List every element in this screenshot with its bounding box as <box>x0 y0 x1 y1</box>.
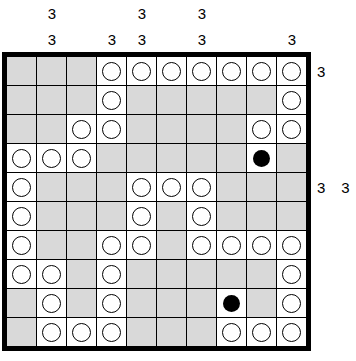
cell-r8c3[interactable] <box>97 289 126 317</box>
cell-r6c3[interactable] <box>97 231 126 259</box>
top-clue-col-7 <box>217 0 247 52</box>
circle-mark-icon <box>42 323 61 342</box>
top-clue-col-1: 33 <box>37 0 67 52</box>
cell-r6c0[interactable] <box>7 231 36 259</box>
cell-r8c2[interactable] <box>67 289 96 317</box>
circle-mark-icon <box>282 265 301 284</box>
board <box>2 52 311 351</box>
cell-r6c9[interactable] <box>277 231 306 259</box>
cell-r3c2[interactable] <box>67 144 96 172</box>
circle-mark-icon <box>72 120 91 139</box>
cell-r8c0[interactable] <box>7 289 36 317</box>
black-dot-mark-icon <box>223 295 240 312</box>
cell-r1c2[interactable] <box>67 86 96 114</box>
top-clue-col-5-slot-0 <box>157 0 187 26</box>
cell-r2c5[interactable] <box>157 115 186 143</box>
cell-r1c0[interactable] <box>7 86 36 114</box>
cell-r4c6[interactable] <box>187 173 216 201</box>
top-clue-col-4: 33 <box>127 0 157 52</box>
top-clue-col-9-slot-0 <box>277 0 307 26</box>
top-clue-col-3-slot-1: 3 <box>97 26 127 52</box>
cell-r3c8[interactable] <box>247 144 276 172</box>
circle-mark-icon <box>132 178 151 197</box>
circle-mark-icon <box>72 323 91 342</box>
circle-mark-icon <box>12 236 31 255</box>
black-dot-mark-icon <box>253 150 270 167</box>
circle-mark-icon <box>12 149 31 168</box>
top-clue-col-6-slot-0: 3 <box>187 0 217 26</box>
cell-r2c6[interactable] <box>187 115 216 143</box>
cell-r3c4[interactable] <box>127 144 156 172</box>
circle-mark-icon <box>222 236 241 255</box>
circle-mark-icon <box>282 91 301 110</box>
cell-r0c7[interactable] <box>217 57 246 85</box>
cell-r7c7[interactable] <box>217 260 246 288</box>
right-clue-row-8 <box>312 289 356 318</box>
cell-r9c3[interactable] <box>97 318 126 346</box>
cell-r4c3[interactable] <box>97 173 126 201</box>
cell-r5c6[interactable] <box>187 202 216 230</box>
cell-r9c5[interactable] <box>157 318 186 346</box>
cell-r5c9[interactable] <box>277 202 306 230</box>
circle-mark-icon <box>102 323 121 342</box>
top-clue-col-4-slot-1: 3 <box>127 26 157 52</box>
cell-r9c1[interactable] <box>37 318 66 346</box>
cell-r0c9[interactable] <box>277 57 306 85</box>
cell-r8c9[interactable] <box>277 289 306 317</box>
cell-r4c5[interactable] <box>157 173 186 201</box>
top-clue-col-0-slot-1 <box>7 26 37 52</box>
circle-mark-icon <box>12 207 31 226</box>
top-clue-col-3: 3 <box>97 0 127 52</box>
top-clue-col-4-slot-0: 3 <box>127 0 157 26</box>
top-clue-col-9: 3 <box>277 0 307 52</box>
cell-r2c8[interactable] <box>247 115 276 143</box>
cell-r7c9[interactable] <box>277 260 306 288</box>
cell-r9c2[interactable] <box>67 318 96 346</box>
cell-r8c5[interactable] <box>157 289 186 317</box>
circle-mark-icon <box>132 62 151 81</box>
circle-mark-icon <box>192 178 211 197</box>
cell-r9c0[interactable] <box>7 318 36 346</box>
top-clue-col-1-slot-1: 3 <box>37 26 67 52</box>
cell-r1c8[interactable] <box>247 86 276 114</box>
cell-r6c4[interactable] <box>127 231 156 259</box>
top-clue-col-2-slot-0 <box>67 0 97 26</box>
circle-mark-icon <box>252 120 271 139</box>
right-row-clues: 333 <box>312 57 356 347</box>
cell-r4c2[interactable] <box>67 173 96 201</box>
cell-r9c8[interactable] <box>247 318 276 346</box>
cell-r8c4[interactable] <box>127 289 156 317</box>
circle-mark-icon <box>102 265 121 284</box>
cell-r0c1[interactable] <box>37 57 66 85</box>
cell-r7c4[interactable] <box>127 260 156 288</box>
cell-r6c2[interactable] <box>67 231 96 259</box>
circle-mark-icon <box>282 294 301 313</box>
right-clue-row-4-num-1: 3 <box>341 180 349 195</box>
cell-r3c3[interactable] <box>97 144 126 172</box>
cell-r1c1[interactable] <box>37 86 66 114</box>
cell-r4c8[interactable] <box>247 173 276 201</box>
cell-r9c9[interactable] <box>277 318 306 346</box>
cell-r2c7[interactable] <box>217 115 246 143</box>
right-clue-row-9 <box>312 318 356 347</box>
circle-mark-icon <box>42 149 61 168</box>
circle-mark-icon <box>282 236 301 255</box>
cell-r7c1[interactable] <box>37 260 66 288</box>
cell-r9c6[interactable] <box>187 318 216 346</box>
cell-r2c2[interactable] <box>67 115 96 143</box>
circle-mark-icon <box>192 236 211 255</box>
cell-r0c6[interactable] <box>187 57 216 85</box>
cell-r3c0[interactable] <box>7 144 36 172</box>
cell-r6c7[interactable] <box>217 231 246 259</box>
top-clue-col-9-slot-1: 3 <box>277 26 307 52</box>
cell-r7c5[interactable] <box>157 260 186 288</box>
top-clue-col-5 <box>157 0 187 52</box>
cell-r4c7[interactable] <box>217 173 246 201</box>
cell-r0c8[interactable] <box>247 57 276 85</box>
cell-r5c1[interactable] <box>37 202 66 230</box>
circle-mark-icon <box>222 62 241 81</box>
top-column-clues: 33333333 <box>7 0 307 52</box>
cell-r1c6[interactable] <box>187 86 216 114</box>
top-clue-col-0 <box>7 0 37 52</box>
cell-r3c9[interactable] <box>277 144 306 172</box>
cell-r2c1[interactable] <box>37 115 66 143</box>
cell-r5c8[interactable] <box>247 202 276 230</box>
circle-mark-icon <box>282 120 301 139</box>
right-clue-row-0: 3 <box>312 57 356 86</box>
cell-r5c4[interactable] <box>127 202 156 230</box>
circle-mark-icon <box>252 62 271 81</box>
cell-r3c1[interactable] <box>37 144 66 172</box>
right-clue-row-2 <box>312 115 356 144</box>
circle-mark-icon <box>222 323 241 342</box>
right-clue-row-5 <box>312 202 356 231</box>
cell-r7c3[interactable] <box>97 260 126 288</box>
circle-mark-icon <box>42 294 61 313</box>
right-clue-row-4-num-0: 3 <box>317 180 325 195</box>
cell-r4c4[interactable] <box>127 173 156 201</box>
cell-r6c5[interactable] <box>157 231 186 259</box>
circle-mark-icon <box>12 265 31 284</box>
cell-r9c7[interactable] <box>217 318 246 346</box>
circle-mark-icon <box>72 149 91 168</box>
cell-r0c5[interactable] <box>157 57 186 85</box>
circle-mark-icon <box>12 178 31 197</box>
right-clue-row-7 <box>312 260 356 289</box>
circle-mark-icon <box>282 62 301 81</box>
cell-r4c9[interactable] <box>277 173 306 201</box>
cell-r8c8[interactable] <box>247 289 276 317</box>
cell-r0c2[interactable] <box>67 57 96 85</box>
top-clue-col-8-slot-0 <box>247 0 277 26</box>
cell-r3c6[interactable] <box>187 144 216 172</box>
cell-r1c5[interactable] <box>157 86 186 114</box>
circle-mark-icon <box>252 323 271 342</box>
cell-r7c8[interactable] <box>247 260 276 288</box>
right-clue-row-6 <box>312 231 356 260</box>
top-clue-col-1-slot-0: 3 <box>37 0 67 26</box>
cell-r5c2[interactable] <box>67 202 96 230</box>
circle-mark-icon <box>102 236 121 255</box>
top-clue-col-6: 33 <box>187 0 217 52</box>
circle-mark-icon <box>102 91 121 110</box>
circle-mark-icon <box>192 62 211 81</box>
top-clue-col-7-slot-1 <box>217 26 247 52</box>
top-clue-col-5-slot-1 <box>157 26 187 52</box>
cell-r2c0[interactable] <box>7 115 36 143</box>
top-clue-col-8-slot-1 <box>247 26 277 52</box>
top-clue-col-7-slot-0 <box>217 0 247 26</box>
circle-mark-icon <box>102 62 121 81</box>
cell-r5c7[interactable] <box>217 202 246 230</box>
top-clue-col-2 <box>67 0 97 52</box>
right-clue-row-0-num-0: 3 <box>317 64 325 79</box>
cell-r7c0[interactable] <box>7 260 36 288</box>
circle-mark-icon <box>162 178 181 197</box>
cell-r2c3[interactable] <box>97 115 126 143</box>
right-clue-row-3 <box>312 144 356 173</box>
top-clue-col-2-slot-1 <box>67 26 97 52</box>
cell-r8c6[interactable] <box>187 289 216 317</box>
cell-r7c2[interactable] <box>67 260 96 288</box>
top-clue-col-6-slot-1: 3 <box>187 26 217 52</box>
puzzle-page: 33333333 333 <box>0 0 356 361</box>
circle-mark-icon <box>132 207 151 226</box>
circle-mark-icon <box>282 323 301 342</box>
cell-r6c6[interactable] <box>187 231 216 259</box>
cell-r6c1[interactable] <box>37 231 66 259</box>
cell-r0c4[interactable] <box>127 57 156 85</box>
cell-r4c1[interactable] <box>37 173 66 201</box>
right-clue-row-1 <box>312 86 356 115</box>
cell-r2c9[interactable] <box>277 115 306 143</box>
cell-r4c0[interactable] <box>7 173 36 201</box>
circle-mark-icon <box>192 207 211 226</box>
cell-r7c6[interactable] <box>187 260 216 288</box>
cell-r1c4[interactable] <box>127 86 156 114</box>
right-clue-row-4: 33 <box>312 173 356 202</box>
circle-mark-icon <box>42 265 61 284</box>
cell-r2c4[interactable] <box>127 115 156 143</box>
circle-mark-icon <box>252 236 271 255</box>
circle-mark-icon <box>102 120 121 139</box>
cell-r5c0[interactable] <box>7 202 36 230</box>
cell-r3c5[interactable] <box>157 144 186 172</box>
cell-r1c9[interactable] <box>277 86 306 114</box>
circle-mark-icon <box>102 294 121 313</box>
cell-r1c3[interactable] <box>97 86 126 114</box>
cell-r5c3[interactable] <box>97 202 126 230</box>
cell-r8c1[interactable] <box>37 289 66 317</box>
cell-r5c5[interactable] <box>157 202 186 230</box>
cell-r1c7[interactable] <box>217 86 246 114</box>
cell-r3c7[interactable] <box>217 144 246 172</box>
circle-mark-icon <box>132 236 151 255</box>
cell-r0c3[interactable] <box>97 57 126 85</box>
circle-mark-icon <box>162 62 181 81</box>
cell-r6c8[interactable] <box>247 231 276 259</box>
cell-r0c0[interactable] <box>7 57 36 85</box>
top-clue-col-0-slot-0 <box>7 0 37 26</box>
top-clue-col-3-slot-0 <box>97 0 127 26</box>
cell-r8c7[interactable] <box>217 289 246 317</box>
cell-r9c4[interactable] <box>127 318 156 346</box>
top-clue-col-8 <box>247 0 277 52</box>
